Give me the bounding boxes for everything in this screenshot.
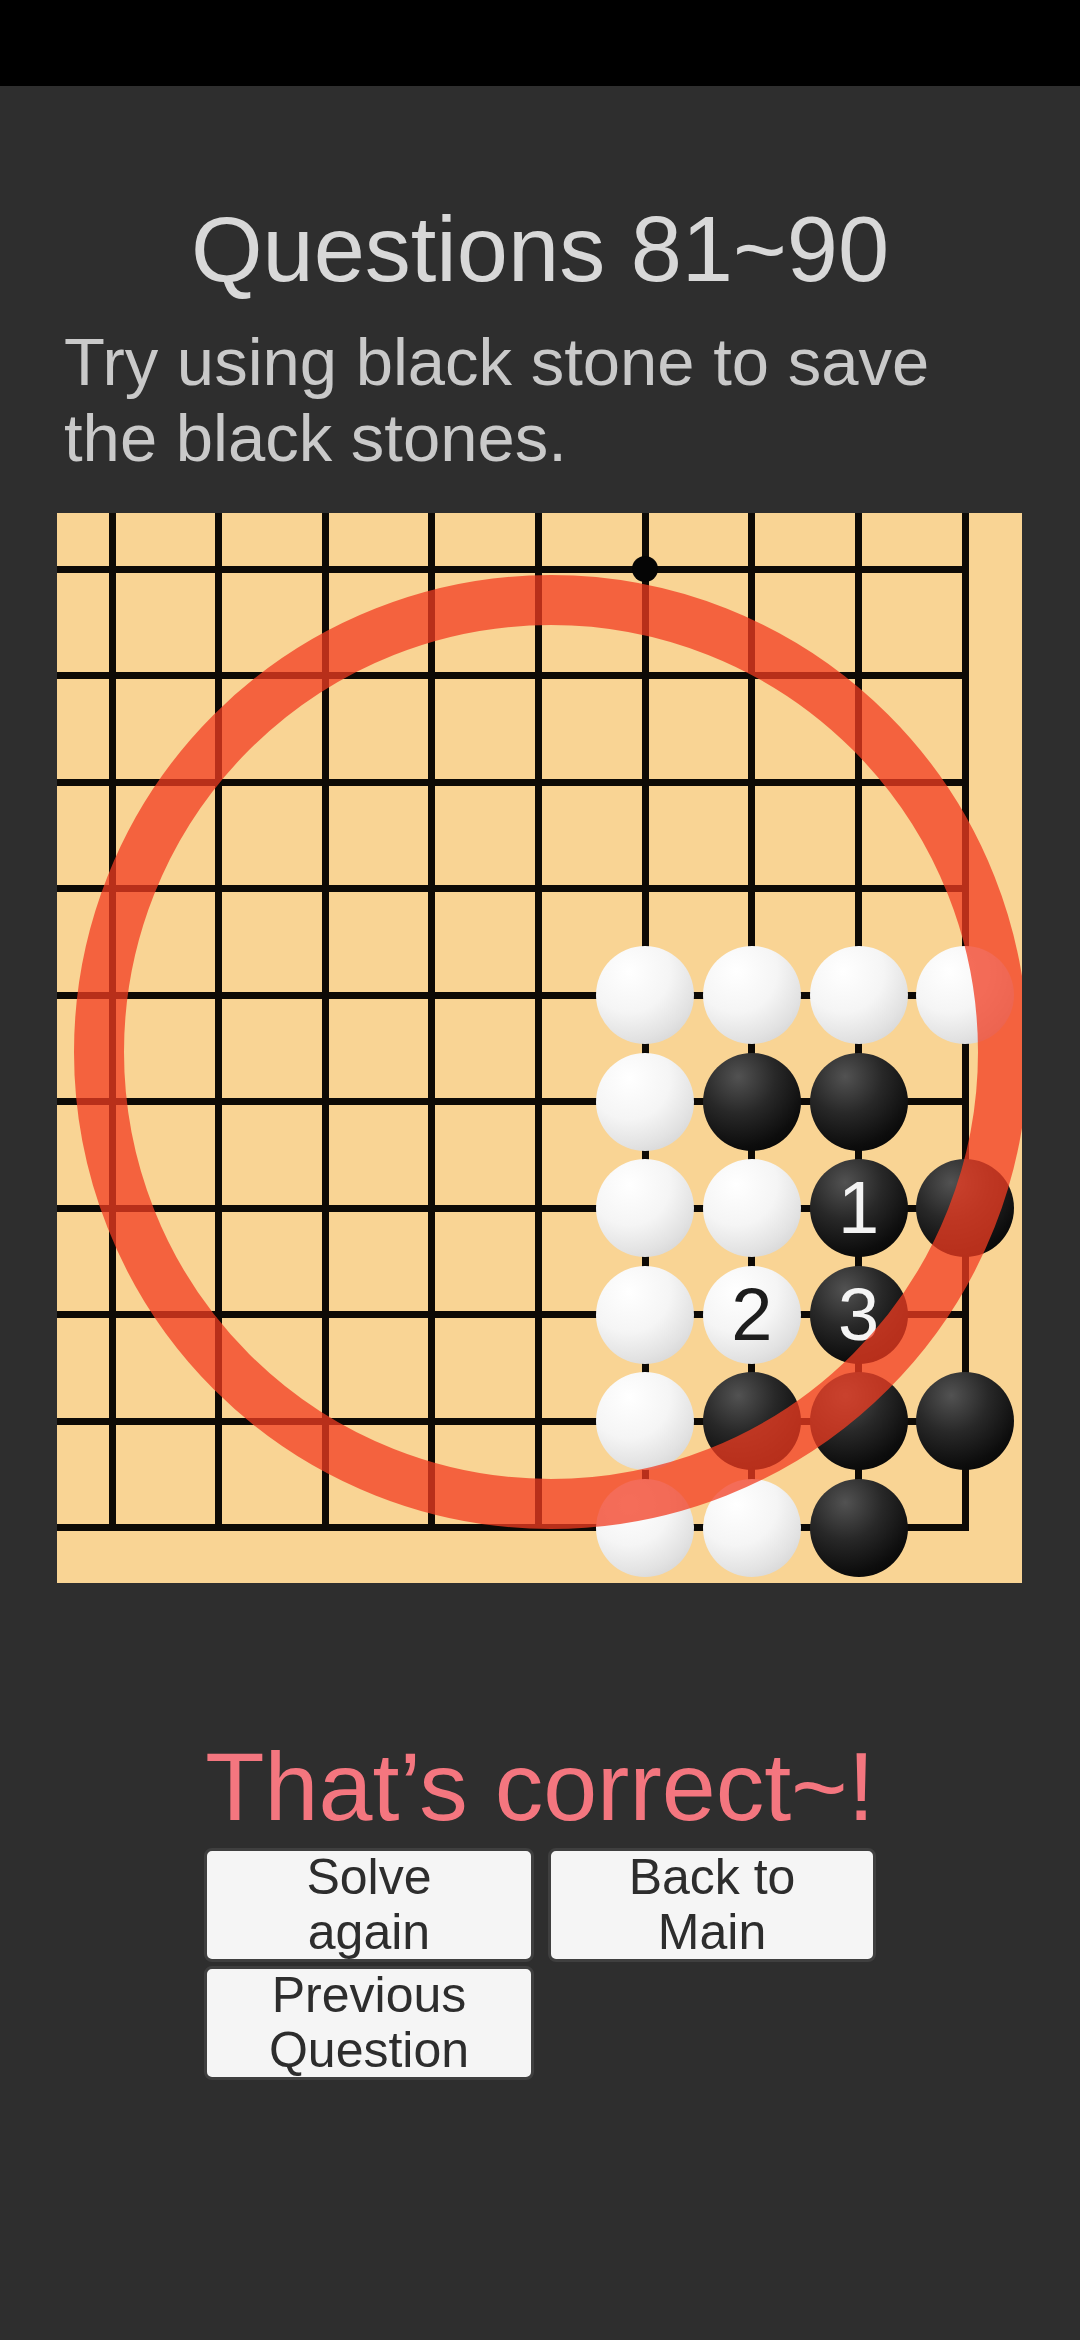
grid-line-vertical — [109, 513, 116, 1531]
black-stone — [810, 1053, 908, 1151]
grid-line-vertical — [535, 513, 542, 1531]
result-message: That’s correct~! — [0, 1734, 1080, 1841]
move-number-label: 2 — [731, 1278, 772, 1352]
back-to-main-button[interactable]: Back to Main — [548, 1848, 876, 1962]
white-stone — [703, 946, 801, 1044]
grid-line-horizontal — [57, 566, 969, 573]
grid-line-vertical — [215, 513, 222, 1531]
move-number-label: 3 — [838, 1278, 879, 1352]
status-bar — [0, 0, 1080, 86]
white-stone — [916, 946, 1014, 1044]
black-stone — [703, 1053, 801, 1151]
white-stone — [596, 1479, 694, 1577]
go-board[interactable]: 123 — [57, 513, 1022, 1583]
grid-line-horizontal — [57, 885, 969, 892]
grid-line-vertical — [428, 513, 435, 1531]
black-stone — [703, 1372, 801, 1470]
white-stone — [703, 1159, 801, 1257]
solve-again-button[interactable]: Solve again — [204, 1848, 534, 1962]
instruction-text: Try using black stone to save the black … — [64, 324, 1024, 476]
white-stone — [596, 1159, 694, 1257]
white-stone — [810, 946, 908, 1044]
grid-line-vertical — [322, 513, 329, 1531]
black-stone-move-3: 3 — [810, 1266, 908, 1364]
previous-question-button[interactable]: Previous Question — [204, 1966, 534, 2080]
black-stone — [916, 1159, 1014, 1257]
white-stone — [596, 1053, 694, 1151]
white-stone — [596, 946, 694, 1044]
grid-line-horizontal — [57, 672, 969, 679]
move-number-label: 1 — [838, 1171, 879, 1245]
black-stone — [810, 1372, 908, 1470]
white-stone — [596, 1266, 694, 1364]
white-stone-move-2: 2 — [703, 1266, 801, 1364]
star-point — [632, 556, 658, 582]
black-stone — [810, 1479, 908, 1577]
grid-line-horizontal — [57, 779, 969, 786]
black-stone-move-1: 1 — [810, 1159, 908, 1257]
white-stone — [703, 1479, 801, 1577]
black-stone — [916, 1372, 1014, 1470]
page-title: Questions 81~90 — [0, 198, 1080, 301]
white-stone — [596, 1372, 694, 1470]
